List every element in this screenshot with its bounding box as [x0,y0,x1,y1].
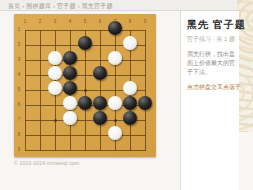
black-stone [123,111,137,125]
grid-line [145,30,146,151]
star-point [114,119,117,122]
black-stone [138,96,152,110]
row-label: 1 [18,28,21,33]
black-stone [123,96,137,110]
black-stone [63,66,77,80]
problem-subtitle: 官子练习 · 第 1 题 [187,35,237,44]
white-stone [63,96,77,110]
white-stone [108,51,122,65]
go-board[interactable]: 112233445566778899 [14,14,156,157]
column-label: 1 [24,20,27,25]
row-label: 4 [18,73,21,78]
top-bar: 首页 › 围棋题库 › 官子题 › 黑先官子题 [0,0,253,11]
row-label: 3 [18,58,21,63]
white-stone [123,36,137,50]
black-stone [63,51,77,65]
column-label: 9 [144,20,147,25]
info-panel: 黑先 官子题 官子练习 · 第 1 题 黑先行棋，找出盘面上价值最大的官子下法。… [180,11,239,190]
row-label: 7 [18,118,21,123]
column-label: 5 [84,20,87,25]
problem-description: 黑先行棋，找出盘面上价值最大的官子下法。 [187,50,237,77]
black-stone [93,66,107,80]
black-stone [93,96,107,110]
white-stone [48,66,62,80]
star-point [84,89,87,92]
grid-line [25,150,146,151]
column-label: 4 [69,20,72,25]
white-stone [48,81,62,95]
row-label: 8 [18,133,21,138]
problem-title: 黑先 官子题 [187,18,237,32]
white-stone [108,126,122,140]
black-stone [93,111,107,125]
white-stone [63,111,77,125]
black-stone [78,36,92,50]
column-label: 2 [39,20,42,25]
white-stone [108,96,122,110]
black-stone [108,21,122,35]
black-stone [78,96,92,110]
row-label: 9 [18,148,21,153]
breadcrumb[interactable]: 首页 › 围棋题库 › 官子题 › 黑先官子题 [8,2,113,11]
page: 首页 › 围棋题库 › 官子题 › 黑先官子题 1122334455667788… [0,0,253,190]
column-label: 6 [99,20,102,25]
black-stone [63,81,77,95]
column-label: 3 [54,20,57,25]
white-stone [123,81,137,95]
grid-line [25,135,146,136]
problem-tip[interactable]: 点击棋盘交叉点落子 [187,83,237,92]
grid-line [100,30,101,151]
copyright: © 2010-2024 minweiqi.com [14,160,79,166]
star-point [54,119,57,122]
white-stone [48,51,62,65]
row-label: 5 [18,88,21,93]
column-label: 8 [129,20,132,25]
row-label: 6 [18,103,21,108]
row-label: 2 [18,43,21,48]
